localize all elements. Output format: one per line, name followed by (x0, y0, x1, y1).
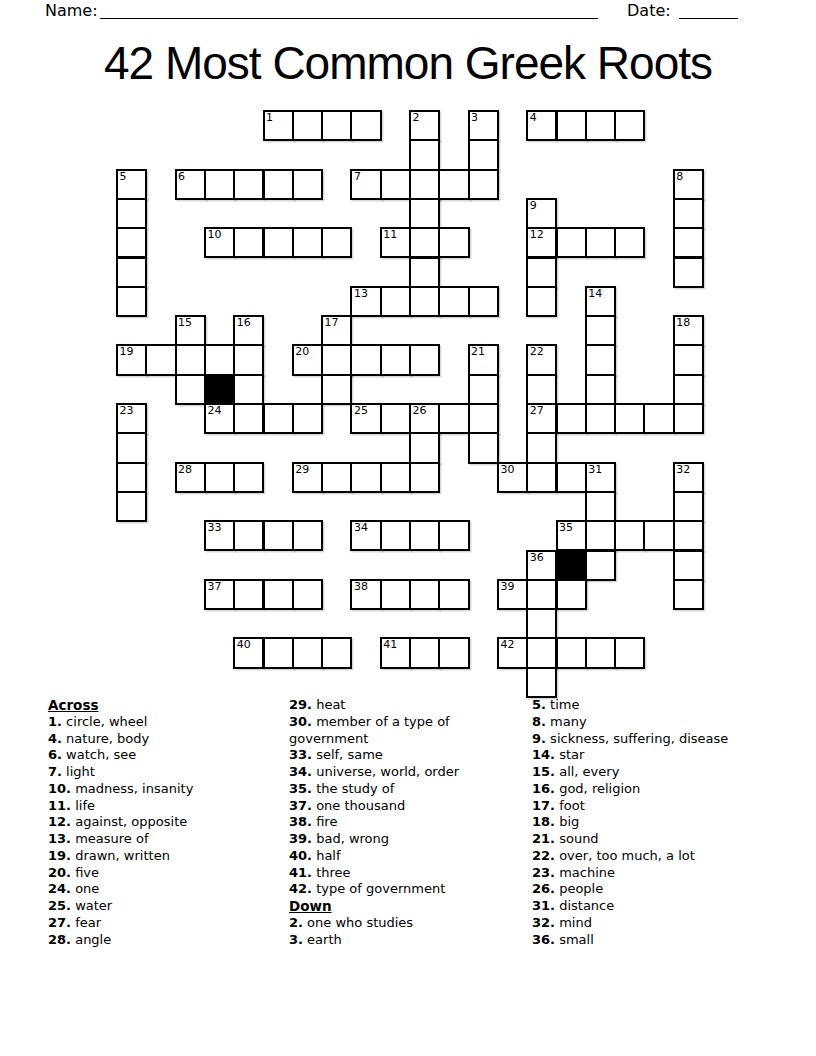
cell-number: 13 (354, 288, 368, 300)
grid-cell[interactable] (585, 403, 616, 434)
grid-cell[interactable] (380, 286, 411, 317)
cell-number: 14 (588, 288, 602, 300)
grid-cell[interactable] (233, 403, 264, 434)
grid-cell[interactable] (673, 257, 704, 288)
clue-across-20: 20. five (48, 865, 280, 882)
clue-down-14: 14. star (532, 747, 782, 764)
grid-cell[interactable] (263, 520, 294, 551)
grid-cell[interactable] (673, 344, 704, 375)
grid-cell[interactable] (526, 286, 557, 317)
grid-cell[interactable] (263, 637, 294, 668)
grid-cell[interactable] (526, 374, 557, 405)
grid-cell[interactable]: 5 (116, 169, 147, 200)
grid-cell[interactable]: 4 (526, 110, 557, 141)
grid-cell[interactable] (175, 344, 206, 375)
clue-across-28: 28. angle (48, 932, 280, 949)
grid-cell[interactable]: 19 (116, 344, 147, 375)
grid-cell[interactable] (585, 520, 616, 551)
clues-down-header: Down (289, 898, 502, 915)
grid-cell[interactable] (263, 227, 294, 258)
grid-cell[interactable]: 10 (204, 227, 235, 258)
grid-cell[interactable]: 6 (175, 169, 206, 200)
grid-cell[interactable] (233, 169, 264, 200)
grid-cell[interactable] (438, 286, 469, 317)
grid-cell[interactable] (116, 257, 147, 288)
grid-cell[interactable] (614, 637, 645, 668)
grid-cell[interactable] (321, 462, 352, 493)
grid-cell[interactable]: 33 (204, 520, 235, 551)
date-input-line[interactable] (679, 2, 738, 19)
grid-cell[interactable] (673, 403, 704, 434)
cell-number: 24 (207, 405, 221, 417)
cell-number: 15 (178, 317, 192, 329)
grid-cell[interactable] (468, 432, 499, 463)
grid-cell[interactable]: 7 (350, 169, 381, 200)
cell-number: 7 (354, 171, 361, 183)
grid-cell[interactable] (409, 432, 440, 463)
name-label: Name: (45, 2, 98, 20)
grid-cell[interactable]: 35 (556, 520, 587, 551)
grid-cell[interactable] (233, 374, 264, 405)
grid-cell[interactable] (614, 520, 645, 551)
grid-cell[interactable] (526, 257, 557, 288)
grid-cell[interactable] (233, 520, 264, 551)
cell-number: 36 (530, 552, 544, 564)
grid-cell[interactable]: 15 (175, 315, 206, 346)
grid-cell[interactable] (556, 579, 587, 610)
grid-cell[interactable] (263, 579, 294, 610)
crossword-grid: 1234567891011121314151617181920212223242… (116, 110, 706, 700)
clue-down-31: 31. distance (532, 898, 782, 915)
grid-cell[interactable]: 12 (526, 227, 557, 258)
grid-cell[interactable]: 1 (263, 110, 294, 141)
cell-number: 38 (354, 581, 368, 593)
cell-number: 16 (237, 317, 251, 329)
grid-cell[interactable] (526, 579, 557, 610)
grid-cell[interactable]: 17 (321, 315, 352, 346)
grid-cell[interactable] (175, 374, 206, 405)
clue-across-27: 27. fear (48, 915, 280, 932)
grid-cell[interactable]: 41 (380, 637, 411, 668)
cell-number: 37 (207, 581, 221, 593)
black-cell (556, 550, 587, 581)
grid-cell[interactable] (585, 315, 616, 346)
clue-down-18: 18. big (532, 814, 782, 831)
grid-cell[interactable]: 40 (233, 637, 264, 668)
clue-across-30: 30. member of a type of government (289, 714, 502, 748)
grid-cell[interactable] (321, 110, 352, 141)
grid-cell[interactable]: 34 (350, 520, 381, 551)
cell-number: 19 (120, 346, 134, 358)
clue-across-19: 19. drawn, written (48, 848, 280, 865)
grid-cell[interactable]: 27 (526, 403, 557, 434)
grid-cell[interactable] (292, 227, 323, 258)
grid-cell[interactable] (292, 637, 323, 668)
clue-down-8: 8. many (532, 714, 782, 731)
clue-down-5: 5. time (532, 697, 782, 714)
grid-cell[interactable] (614, 403, 645, 434)
grid-cell[interactable]: 25 (350, 403, 381, 434)
clue-column-2: 29. heat30. member of a type of governme… (289, 697, 502, 948)
grid-cell[interactable] (350, 462, 381, 493)
grid-cell[interactable] (409, 169, 440, 200)
grid-cell[interactable] (116, 198, 147, 229)
grid-cell[interactable]: 16 (233, 315, 264, 346)
cell-number: 35 (559, 522, 573, 534)
clue-across-40: 40. half (289, 848, 502, 865)
clue-down-36: 36. small (532, 932, 782, 949)
grid-cell[interactable] (380, 520, 411, 551)
grid-cell[interactable] (585, 374, 616, 405)
clue-down-26: 26. people (532, 881, 782, 898)
cell-number: 30 (500, 464, 514, 476)
clue-down-2: 2. one who studies (289, 915, 502, 932)
grid-cell[interactable] (292, 520, 323, 551)
grid-cell[interactable]: 13 (350, 286, 381, 317)
grid-cell[interactable] (585, 344, 616, 375)
grid-cell[interactable] (526, 667, 557, 698)
grid-cell[interactable] (673, 520, 704, 551)
grid-cell[interactable] (438, 169, 469, 200)
grid-cell[interactable] (263, 169, 294, 200)
grid-cell[interactable] (409, 637, 440, 668)
grid-cell[interactable] (321, 374, 352, 405)
clue-down-16: 16. god, religion (532, 781, 782, 798)
grid-cell[interactable] (614, 227, 645, 258)
cell-number: 26 (413, 405, 427, 417)
cell-number: 33 (207, 522, 221, 534)
clue-across-12: 12. against, opposite (48, 814, 280, 831)
grid-cell[interactable]: 36 (526, 550, 557, 581)
grid-cell[interactable] (438, 227, 469, 258)
cell-number: 10 (207, 229, 221, 241)
grid-cell[interactable] (468, 169, 499, 200)
grid-cell[interactable] (585, 550, 616, 581)
clue-across-38: 38. fire (289, 814, 502, 831)
grid-cell[interactable] (673, 227, 704, 258)
grid-cell[interactable] (292, 110, 323, 141)
grid-cell[interactable] (380, 169, 411, 200)
cell-number: 41 (383, 639, 397, 651)
grid-cell[interactable] (673, 374, 704, 405)
cell-number: 25 (354, 405, 368, 417)
grid-cell[interactable] (409, 286, 440, 317)
grid-cell[interactable] (116, 491, 147, 522)
grid-cell[interactable] (321, 344, 352, 375)
grid-cell[interactable] (116, 462, 147, 493)
cell-number: 6 (178, 171, 185, 183)
grid-cell[interactable]: 20 (292, 344, 323, 375)
grid-cell[interactable] (116, 432, 147, 463)
clue-across-25: 25. water (48, 898, 280, 915)
clue-across-34: 34. universe, world, order (289, 764, 502, 781)
grid-cell[interactable] (409, 344, 440, 375)
grid-cell[interactable] (116, 227, 147, 258)
cell-number: 40 (237, 639, 251, 651)
grid-cell[interactable] (380, 579, 411, 610)
grid-cell[interactable] (556, 637, 587, 668)
grid-cell[interactable] (409, 462, 440, 493)
grid-cell[interactable]: 23 (116, 403, 147, 434)
cell-number: 29 (295, 464, 309, 476)
clue-down-9: 9. sickness, suffering, disease (532, 731, 782, 748)
grid-cell[interactable] (380, 344, 411, 375)
grid-cell[interactable]: 26 (409, 403, 440, 434)
name-input-line[interactable] (100, 2, 598, 19)
clue-down-21: 21. sound (532, 831, 782, 848)
grid-cell[interactable] (468, 403, 499, 434)
clue-column-3: 5. time8. many9. sickness, suffering, di… (532, 697, 782, 948)
clue-across-1: 1. circle, wheel (48, 714, 280, 731)
grid-cell[interactable] (350, 110, 381, 141)
cell-number: 39 (500, 581, 514, 593)
grid-cell[interactable] (438, 637, 469, 668)
grid-cell[interactable] (585, 110, 616, 141)
grid-cell[interactable]: 31 (585, 462, 616, 493)
grid-cell[interactable]: 8 (673, 169, 704, 200)
grid-cell[interactable] (350, 344, 381, 375)
grid-cell[interactable] (526, 432, 557, 463)
grid-cell[interactable] (468, 286, 499, 317)
grid-cell[interactable] (673, 198, 704, 229)
grid-cell[interactable] (526, 462, 557, 493)
grid-cell[interactable] (233, 344, 264, 375)
grid-cell[interactable] (233, 579, 264, 610)
cell-number: 28 (178, 464, 192, 476)
grid-cell[interactable] (643, 403, 674, 434)
grid-cell[interactable] (556, 403, 587, 434)
clue-across-4: 4. nature, body (48, 731, 280, 748)
grid-cell[interactable]: 28 (175, 462, 206, 493)
cell-number: 12 (530, 229, 544, 241)
grid-cell[interactable] (292, 579, 323, 610)
grid-cell[interactable]: 29 (292, 462, 323, 493)
cell-number: 11 (383, 229, 397, 241)
grid-cell[interactable] (673, 550, 704, 581)
grid-cell[interactable]: 14 (585, 286, 616, 317)
grid-cell[interactable] (116, 286, 147, 317)
grid-cell[interactable] (292, 403, 323, 434)
grid-cell[interactable] (321, 227, 352, 258)
clue-down-15: 15. all, every (532, 764, 782, 781)
grid-cell[interactable] (526, 608, 557, 639)
cell-number: 21 (471, 346, 485, 358)
grid-cell[interactable] (438, 579, 469, 610)
clue-down-23: 23. machine (532, 865, 782, 882)
grid-cell[interactable] (673, 491, 704, 522)
cell-number: 1 (266, 112, 273, 124)
grid-cell[interactable] (673, 579, 704, 610)
grid-cell[interactable] (526, 637, 557, 668)
grid-cell[interactable] (409, 227, 440, 258)
cell-number: 42 (500, 639, 514, 651)
grid-cell[interactable] (380, 403, 411, 434)
grid-cell[interactable]: 2 (409, 110, 440, 141)
cell-number: 3 (471, 112, 478, 124)
grid-cell[interactable] (233, 227, 264, 258)
grid-cell[interactable]: 21 (468, 344, 499, 375)
cell-number: 27 (530, 405, 544, 417)
grid-cell[interactable] (380, 462, 411, 493)
grid-cell[interactable] (556, 462, 587, 493)
cell-number: 22 (530, 346, 544, 358)
grid-cell[interactable] (409, 579, 440, 610)
grid-cell[interactable]: 42 (497, 637, 528, 668)
grid-cell[interactable]: 39 (497, 579, 528, 610)
cell-number: 4 (530, 112, 537, 124)
grid-cell[interactable]: 9 (526, 198, 557, 229)
black-cell (204, 374, 235, 405)
cell-number: 8 (676, 171, 683, 183)
clues-across-header: Across (48, 697, 280, 714)
grid-cell[interactable]: 22 (526, 344, 557, 375)
grid-cell[interactable] (263, 403, 294, 434)
clue-across-39: 39. bad, wrong (289, 831, 502, 848)
clue-across-7: 7. light (48, 764, 280, 781)
cell-number: 20 (295, 346, 309, 358)
grid-cell[interactable] (233, 462, 264, 493)
clue-down-32: 32. mind (532, 915, 782, 932)
grid-cell[interactable]: 37 (204, 579, 235, 610)
cell-number: 9 (530, 200, 537, 212)
clue-across-42: 42. type of government (289, 881, 502, 898)
clue-down-17: 17. foot (532, 798, 782, 815)
grid-cell[interactable]: 24 (204, 403, 235, 434)
page-title: 42 Most Common Greek Roots (0, 37, 816, 89)
grid-cell[interactable] (438, 403, 469, 434)
clue-across-24: 24. one (48, 881, 280, 898)
grid-cell[interactable] (468, 139, 499, 170)
cell-number: 32 (676, 464, 690, 476)
grid-cell[interactable] (614, 110, 645, 141)
clue-across-6: 6. watch, see (48, 747, 280, 764)
grid-cell[interactable]: 18 (673, 315, 704, 346)
clue-across-41: 41. three (289, 865, 502, 882)
grid-cell[interactable]: 32 (673, 462, 704, 493)
grid-cell[interactable] (204, 169, 235, 200)
cell-number: 5 (120, 171, 127, 183)
grid-cell[interactable] (585, 637, 616, 668)
grid-cell[interactable] (292, 169, 323, 200)
grid-cell[interactable] (204, 344, 235, 375)
cell-number: 31 (588, 464, 602, 476)
grid-cell[interactable] (556, 227, 587, 258)
cell-number: 17 (325, 317, 339, 329)
grid-cell[interactable]: 30 (497, 462, 528, 493)
grid-cell[interactable] (409, 198, 440, 229)
grid-cell[interactable] (468, 374, 499, 405)
grid-cell[interactable] (438, 520, 469, 551)
grid-cell[interactable] (585, 491, 616, 522)
cell-number: 18 (676, 317, 690, 329)
grid-cell[interactable] (409, 139, 440, 170)
clue-across-33: 33. self, same (289, 747, 502, 764)
cell-number: 23 (120, 405, 134, 417)
grid-cell[interactable] (585, 227, 616, 258)
grid-cell[interactable] (556, 110, 587, 141)
clue-across-35: 35. the study of (289, 781, 502, 798)
grid-cell[interactable] (409, 520, 440, 551)
grid-cell[interactable]: 11 (380, 227, 411, 258)
grid-cell[interactable] (145, 344, 176, 375)
grid-cell[interactable] (643, 520, 674, 551)
grid-cell[interactable] (321, 637, 352, 668)
grid-cell[interactable]: 38 (350, 579, 381, 610)
clue-across-13: 13. measure of (48, 831, 280, 848)
clue-across-10: 10. madness, insanity (48, 781, 280, 798)
date-label: Date: (627, 2, 671, 20)
grid-cell[interactable] (204, 462, 235, 493)
clue-across-37: 37. one thousand (289, 798, 502, 815)
grid-cell[interactable] (409, 257, 440, 288)
clue-column-1: Across1. circle, wheel4. nature, body6. … (48, 697, 280, 948)
grid-cell[interactable]: 3 (468, 110, 499, 141)
cell-number: 2 (413, 112, 420, 124)
clue-down-22: 22. over, too much, a lot (532, 848, 782, 865)
clue-down-3: 3. earth (289, 932, 502, 949)
cell-number: 34 (354, 522, 368, 534)
clue-across-11: 11. life (48, 798, 280, 815)
clue-across-29: 29. heat (289, 697, 502, 714)
